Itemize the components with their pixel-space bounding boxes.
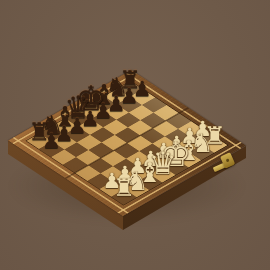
chess-set-photo: ♜♟♟♜♞♟♟♞♝♟♟♝♚♟♟♚♛♟♟♛♝♟♟♝♞♟♟♞♜♟♟♜: [0, 0, 270, 270]
